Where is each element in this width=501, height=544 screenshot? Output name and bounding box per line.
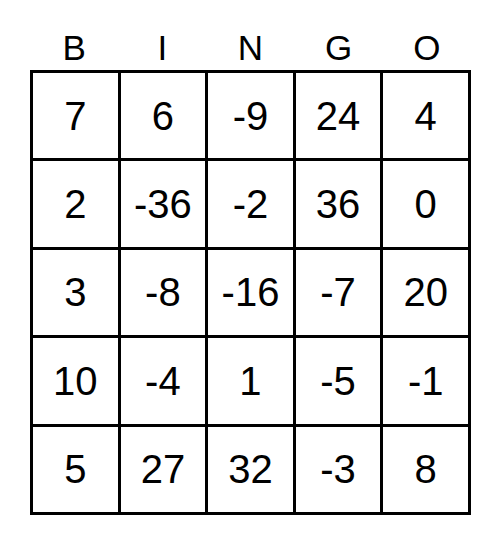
- bingo-cell-r3c3[interactable]: -16: [208, 250, 293, 335]
- bingo-cell-r2c5[interactable]: 0: [383, 161, 468, 246]
- bingo-cell-r2c4[interactable]: 36: [296, 161, 381, 246]
- bingo-cell-r4c4[interactable]: -5: [296, 338, 381, 423]
- bingo-cell-r5c3[interactable]: 32: [208, 427, 293, 512]
- bingo-cell-r1c3[interactable]: -9: [208, 73, 293, 158]
- bingo-cell-r4c5[interactable]: -1: [383, 338, 468, 423]
- header-letter-o: O: [383, 20, 471, 75]
- bingo-cell-r4c2[interactable]: -4: [121, 338, 206, 423]
- bingo-cell-r3c5[interactable]: 20: [383, 250, 468, 335]
- header-letter-i: I: [118, 20, 206, 75]
- header-letter-n: N: [206, 20, 294, 75]
- bingo-cell-r5c2[interactable]: 27: [121, 427, 206, 512]
- bingo-cell-r3c1[interactable]: 3: [33, 250, 118, 335]
- bingo-cell-r2c1[interactable]: 2: [33, 161, 118, 246]
- bingo-cell-r1c2[interactable]: 6: [121, 73, 206, 158]
- bingo-cell-r5c4[interactable]: -3: [296, 427, 381, 512]
- bingo-cell-r2c2[interactable]: -36: [121, 161, 206, 246]
- bingo-cell-r5c1[interactable]: 5: [33, 427, 118, 512]
- header-letter-g: G: [295, 20, 383, 75]
- bingo-cell-r1c1[interactable]: 7: [33, 73, 118, 158]
- bingo-cell-r1c4[interactable]: 24: [296, 73, 381, 158]
- bingo-cell-r4c1[interactable]: 10: [33, 338, 118, 423]
- bingo-cell-r3c4[interactable]: -7: [296, 250, 381, 335]
- bingo-card: B I N G O 7 6 -9 24 4 2 -36 -2 36 0 3 -8…: [0, 0, 501, 544]
- bingo-header-row: B I N G O: [30, 20, 471, 75]
- bingo-cell-r3c2[interactable]: -8: [121, 250, 206, 335]
- bingo-cell-r4c3[interactable]: 1: [208, 338, 293, 423]
- bingo-cell-r5c5[interactable]: 8: [383, 427, 468, 512]
- bingo-cell-r2c3[interactable]: -2: [208, 161, 293, 246]
- bingo-cell-r1c5[interactable]: 4: [383, 73, 468, 158]
- bingo-board: 7 6 -9 24 4 2 -36 -2 36 0 3 -8 -16 -7 20…: [30, 70, 471, 515]
- header-letter-b: B: [30, 20, 118, 75]
